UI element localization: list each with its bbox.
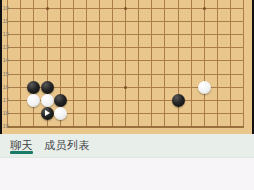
grid-line-vertical [230, 0, 231, 128]
grid-line-vertical [73, 0, 74, 128]
row-label: 12 [3, 31, 12, 38]
grid-line-horizontal [7, 34, 244, 35]
grid-line-vertical [151, 0, 152, 128]
star-point [124, 7, 127, 10]
grid-line-vertical [20, 0, 21, 128]
white-stone [27, 94, 40, 107]
grid-line-vertical [243, 0, 244, 128]
row-label: 18 [3, 110, 12, 117]
grid-line-vertical [138, 0, 139, 128]
star-point [203, 7, 206, 10]
chat-panel [0, 158, 254, 190]
grid-line-horizontal [7, 74, 244, 75]
row-label: 19 [3, 123, 12, 130]
grid-line-vertical [125, 0, 126, 128]
black-stone [41, 81, 54, 94]
black-stone [27, 81, 40, 94]
tab-bar: 聊天 成员列表 [0, 134, 254, 158]
grid-line-horizontal [7, 126, 244, 128]
row-label: 16 [3, 84, 12, 91]
app-screen: 10111213141516171819 聊天 成员列表 [0, 0, 254, 190]
grid-line-vertical [99, 0, 100, 128]
tab-members[interactable]: 成员列表 [44, 134, 90, 157]
star-point [46, 7, 49, 10]
grid-line-vertical [217, 0, 218, 128]
row-label: 15 [3, 71, 12, 78]
white-stone [41, 94, 54, 107]
grid-line-vertical [178, 0, 179, 128]
tab-chat[interactable]: 聊天 [10, 134, 33, 157]
row-label: 13 [3, 44, 12, 51]
tab-members-label: 成员列表 [44, 138, 90, 153]
grid-line-vertical [191, 0, 192, 128]
white-stone [198, 81, 211, 94]
black-stone [172, 94, 185, 107]
grid-line-vertical [164, 0, 165, 128]
row-label: 14 [3, 57, 12, 64]
last-move-triangle-icon [45, 110, 50, 116]
go-board[interactable]: 10111213141516171819 [2, 0, 252, 134]
grid-line-horizontal [7, 60, 244, 61]
black-stone [41, 107, 54, 120]
active-tab-indicator [10, 151, 33, 154]
black-stone [54, 94, 67, 107]
row-label: 17 [3, 97, 12, 104]
grid-line-vertical [204, 0, 205, 128]
row-label: 11 [3, 18, 12, 25]
white-stone [54, 107, 67, 120]
grid-line-horizontal [7, 47, 244, 48]
grid-line-vertical [86, 0, 87, 128]
star-point [124, 86, 127, 89]
grid-line-horizontal [7, 21, 244, 22]
row-label: 10 [3, 5, 12, 12]
grid-line-vertical [33, 0, 34, 128]
grid-line-vertical [112, 0, 113, 128]
